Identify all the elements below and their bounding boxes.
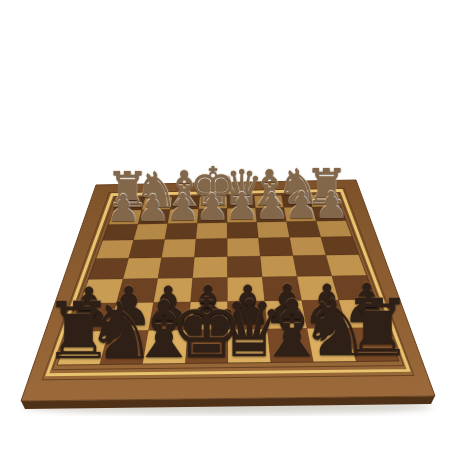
square-c4[interactable] — [259, 238, 294, 257]
piece-white-pawn-h2[interactable]: ♟ — [106, 190, 139, 227]
piece-white-pawn-b2[interactable]: ♟ — [285, 187, 318, 224]
piece-white-pawn-f2[interactable]: ♟ — [166, 189, 199, 226]
square-f4[interactable] — [162, 239, 196, 258]
square-d4[interactable] — [227, 238, 260, 257]
piece-white-pawn-d2[interactable]: ♟ — [225, 188, 258, 225]
chess-set-photo: ♜♞♝♛♚♝♞♜♟♟♟♟♟♟♟♟♟♟♟♟♟♟♟♟♜♞♝♛♚♝♞♜ — [0, 0, 450, 450]
square-e4[interactable] — [195, 239, 228, 258]
piece-white-pawn-e2[interactable]: ♟ — [196, 189, 229, 226]
square-b4[interactable] — [290, 237, 326, 256]
piece-black-rook-h8[interactable]: ♜ — [43, 292, 113, 371]
piece-white-pawn-c2[interactable]: ♟ — [255, 188, 288, 225]
square-g4[interactable] — [129, 240, 165, 259]
piece-white-pawn-g2[interactable]: ♟ — [136, 190, 169, 227]
piece-white-pawn-a2[interactable]: ♟ — [314, 187, 347, 224]
